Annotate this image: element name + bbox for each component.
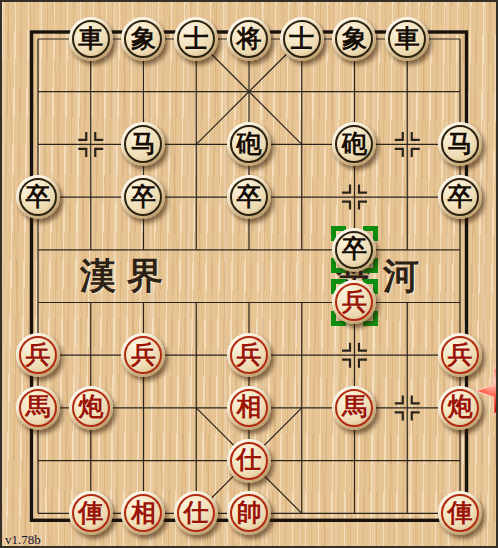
piece-red-horse[interactable]: 馬 <box>332 386 376 430</box>
piece-red-soldier[interactable]: 兵 <box>16 333 60 377</box>
piece-glyph: 砲 <box>236 131 261 156</box>
piece-glyph: 俥 <box>447 500 472 525</box>
piece-black-cannon[interactable]: 砲 <box>227 122 271 166</box>
piece-glyph: 卒 <box>236 184 261 209</box>
piece-red-chariot[interactable]: 俥 <box>438 491 482 535</box>
piece-glyph: 相 <box>131 500 156 525</box>
piece-black-elephant[interactable]: 象 <box>121 17 165 61</box>
piece-glyph: 兵 <box>131 342 156 367</box>
piece-glyph: 兵 <box>447 342 472 367</box>
piece-glyph: 馬 <box>342 394 367 419</box>
piece-red-elephant[interactable]: 相 <box>121 491 165 535</box>
piece-glyph: 象 <box>131 26 156 51</box>
piece-grid: 車象士将士象車马砲砲马卒卒卒卒卒兵兵兵兵兵馬炮相馬炮仕俥相仕帥俥 <box>12 13 487 540</box>
piece-glyph: 車 <box>395 26 420 51</box>
piece-glyph: 卒 <box>25 184 50 209</box>
piece-red-soldier[interactable]: 兵 <box>121 333 165 377</box>
piece-glyph: 将 <box>236 26 261 51</box>
piece-glyph: 仕 <box>236 447 261 472</box>
version-label: v1.78b <box>5 532 41 548</box>
piece-black-soldier[interactable]: 卒 <box>438 175 482 219</box>
piece-black-advisor[interactable]: 士 <box>280 17 324 61</box>
piece-glyph: 俥 <box>78 500 103 525</box>
piece-glyph: 兵 <box>342 289 367 314</box>
piece-black-advisor[interactable]: 士 <box>174 17 218 61</box>
piece-black-chariot[interactable]: 車 <box>385 17 429 61</box>
piece-black-soldier[interactable]: 卒 <box>227 175 271 219</box>
piece-glyph: 马 <box>447 131 472 156</box>
piece-black-chariot[interactable]: 車 <box>69 17 113 61</box>
piece-red-soldier[interactable]: 兵 <box>227 333 271 377</box>
piece-red-general[interactable]: 帥 <box>227 491 271 535</box>
piece-glyph: 帥 <box>236 500 261 525</box>
piece-glyph: 車 <box>78 26 103 51</box>
piece-black-cannon[interactable]: 砲 <box>332 122 376 166</box>
piece-black-horse[interactable]: 马 <box>121 122 165 166</box>
piece-glyph: 炮 <box>447 394 472 419</box>
piece-red-advisor[interactable]: 仕 <box>174 491 218 535</box>
piece-black-soldier[interactable]: 卒 <box>16 175 60 219</box>
piece-red-soldier[interactable]: 兵 <box>438 333 482 377</box>
piece-glyph: 砲 <box>342 131 367 156</box>
piece-red-cannon[interactable]: 炮 <box>69 386 113 430</box>
piece-glyph: 兵 <box>236 342 261 367</box>
piece-glyph: 仕 <box>184 500 209 525</box>
piece-red-elephant[interactable]: 相 <box>227 386 271 430</box>
piece-glyph: 马 <box>131 131 156 156</box>
piece-red-chariot[interactable]: 俥 <box>69 491 113 535</box>
piece-glyph: 卒 <box>342 236 367 261</box>
piece-glyph: 相 <box>236 394 261 419</box>
piece-glyph: 象 <box>342 26 367 51</box>
piece-red-horse[interactable]: 馬 <box>16 386 60 430</box>
piece-glyph: 士 <box>184 26 209 51</box>
piece-black-soldier[interactable]: 卒 <box>332 228 376 272</box>
xiangqi-app-window: 漢界 楚河 車象士将士象車马砲砲马卒卒卒卒卒兵兵兵兵兵馬炮相馬炮仕俥相仕帥俥 v… <box>0 0 498 548</box>
piece-black-horse[interactable]: 马 <box>438 122 482 166</box>
piece-black-soldier[interactable]: 卒 <box>121 175 165 219</box>
piece-glyph: 馬 <box>25 394 50 419</box>
piece-glyph: 卒 <box>447 184 472 209</box>
piece-glyph: 兵 <box>25 342 50 367</box>
piece-black-elephant[interactable]: 象 <box>332 17 376 61</box>
piece-glyph: 士 <box>289 26 314 51</box>
piece-glyph: 炮 <box>78 394 103 419</box>
piece-red-cannon[interactable]: 炮 <box>438 386 482 430</box>
piece-red-advisor[interactable]: 仕 <box>227 439 271 483</box>
piece-black-general[interactable]: 将 <box>227 17 271 61</box>
piece-glyph: 卒 <box>131 184 156 209</box>
